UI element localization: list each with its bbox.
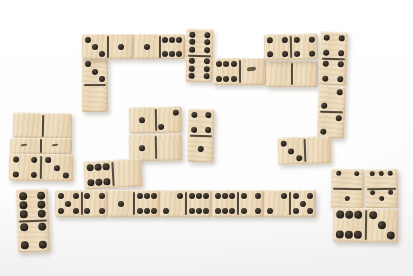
pip [99, 51, 105, 57]
pip [369, 171, 374, 176]
domino-half-d [41, 138, 72, 154]
domino-half-6 [160, 34, 186, 59]
pip [103, 178, 110, 185]
domino-half-4 [319, 58, 347, 85]
domino-half-4 [188, 109, 214, 136]
pip [45, 157, 51, 163]
pip [338, 61, 344, 67]
pip [189, 39, 195, 45]
pip [388, 190, 393, 195]
domino-half-0 [292, 61, 318, 87]
domino-6-4[interactable] [16, 188, 50, 252]
pip [144, 193, 150, 199]
domino-half-4 [291, 34, 318, 60]
pip [300, 201, 306, 207]
domino-half-6 [186, 55, 213, 82]
pip [294, 37, 300, 43]
domino-half-2 [160, 190, 186, 217]
pip [118, 44, 124, 50]
pip [118, 201, 124, 207]
pip [281, 193, 287, 199]
domino-1-0[interactable] [129, 134, 182, 162]
domino-6-3[interactable] [333, 207, 399, 242]
pip [307, 193, 313, 199]
domino-half-d [10, 138, 41, 154]
domino-6-4[interactable] [212, 190, 264, 217]
pip [176, 37, 182, 43]
domino-4-1[interactable] [188, 109, 215, 162]
domino-0-0[interactable] [266, 61, 318, 87]
pip [13, 156, 19, 162]
pip [204, 39, 210, 45]
pip [189, 208, 195, 214]
pip [206, 112, 212, 118]
domino-half-2 [318, 86, 346, 113]
pip [255, 193, 261, 199]
pip [173, 109, 179, 115]
pip [139, 117, 145, 123]
domino-half-1 [129, 107, 156, 133]
pip [204, 73, 210, 79]
pip [288, 148, 294, 154]
pip [231, 76, 237, 82]
pip [189, 32, 195, 38]
domino-2-1[interactable] [331, 169, 365, 209]
domino-4-4[interactable] [264, 34, 318, 61]
domino-half-3 [41, 154, 73, 182]
table-surface [0, 0, 413, 276]
domino-half-1 [108, 190, 134, 217]
pip [378, 221, 386, 229]
pip [204, 47, 210, 53]
pip [387, 231, 395, 239]
domino-half-6 [186, 190, 212, 217]
pip [137, 208, 143, 214]
pip [169, 37, 175, 43]
domino-half-1 [134, 34, 160, 59]
domino-half-1 [129, 134, 156, 161]
pip [162, 37, 168, 43]
pip [189, 193, 195, 199]
pip [229, 208, 235, 214]
domino-half-0 [266, 61, 292, 87]
pip [267, 208, 273, 214]
pip [337, 89, 343, 95]
domino-half-6 [333, 207, 366, 242]
domino-half-6 [212, 190, 238, 217]
pip [84, 208, 90, 214]
domino-half-6 [83, 160, 113, 189]
pip [345, 196, 350, 201]
pip [163, 208, 169, 214]
pip [20, 224, 28, 232]
pip [336, 171, 341, 176]
pip [216, 61, 222, 67]
pip [309, 36, 315, 42]
domino-half-5 [55, 190, 82, 217]
pip [99, 208, 105, 214]
pip [379, 196, 384, 201]
domino-4-3[interactable] [9, 153, 73, 181]
pip [13, 172, 19, 178]
pip [39, 241, 47, 249]
domino-half-s [240, 58, 267, 85]
domino-half-2r [331, 169, 364, 189]
domino-half-3 [82, 34, 108, 59]
pip [158, 124, 164, 130]
pip [54, 165, 60, 171]
domino-half-3 [278, 137, 305, 165]
pip [294, 51, 300, 57]
pip [369, 212, 377, 220]
domino-2-6[interactable] [160, 190, 212, 217]
pip [222, 193, 228, 199]
pip [241, 208, 247, 214]
pip [84, 193, 90, 199]
domino-3-0[interactable] [278, 136, 332, 165]
pip [388, 171, 393, 176]
pip [307, 208, 313, 214]
pip [282, 37, 288, 43]
pip [280, 141, 286, 147]
domino-half-3 [365, 208, 398, 243]
domino-half-6 [186, 29, 213, 56]
domino-6-0[interactable] [83, 159, 142, 190]
pip [99, 193, 105, 199]
domino-0-0[interactable] [13, 112, 72, 138]
pip [144, 208, 150, 214]
pip [354, 230, 362, 238]
pip [87, 179, 94, 186]
pip [231, 61, 237, 67]
domino-6-6[interactable] [186, 29, 214, 82]
domino-half-4 [320, 32, 348, 59]
pip [204, 58, 210, 64]
pip [321, 103, 327, 109]
domino-1-2[interactable] [129, 107, 182, 134]
domino-half-2 [264, 190, 290, 217]
domino-half-1 [188, 135, 214, 162]
pip [20, 210, 28, 218]
domino-d-d[interactable] [10, 138, 72, 154]
logo-stamp [247, 67, 256, 72]
pip [191, 126, 197, 132]
pip [320, 129, 326, 135]
pip [216, 76, 222, 82]
pip [215, 208, 221, 214]
domino-half-4 [9, 153, 41, 181]
pip [94, 163, 101, 170]
pip [169, 51, 175, 57]
pip [339, 35, 345, 41]
pip [223, 61, 229, 67]
pip [223, 76, 229, 82]
pip [151, 193, 157, 199]
domino-3-1[interactable] [82, 34, 134, 59]
pip [85, 37, 91, 43]
domino-half-4 [238, 190, 264, 217]
pip [137, 193, 143, 199]
pip [203, 193, 209, 199]
pip [151, 208, 157, 214]
pip [177, 193, 183, 199]
pip [267, 37, 273, 43]
dash-mark [52, 143, 58, 146]
domino-6-s[interactable] [213, 58, 266, 85]
pip [282, 51, 288, 57]
pip [37, 200, 45, 208]
domino-half-3t [365, 188, 398, 208]
domino-half-0 [82, 85, 108, 112]
pip [324, 34, 330, 40]
domino-half-0 [42, 113, 72, 139]
pip [222, 208, 228, 214]
pip [296, 155, 302, 161]
domino-1-6[interactable] [134, 34, 185, 59]
pip [65, 201, 71, 207]
pip [345, 230, 353, 238]
pip [144, 44, 150, 50]
pip [336, 115, 342, 121]
domino-2-2[interactable] [317, 86, 346, 139]
pip [162, 51, 168, 57]
pip [63, 172, 69, 178]
pip [189, 58, 195, 64]
pip [198, 146, 204, 152]
domino-half-5 [290, 190, 316, 217]
domino-3-0[interactable] [82, 58, 108, 112]
pip [204, 32, 210, 38]
pip [139, 145, 145, 151]
domino-4-4[interactable] [319, 32, 348, 86]
pip [92, 69, 98, 75]
pip [345, 211, 353, 219]
domino-5-4[interactable] [55, 190, 108, 217]
pip [103, 163, 110, 170]
domino-half-2 [155, 107, 182, 133]
pip [204, 66, 210, 72]
pip [255, 208, 261, 214]
pip [73, 208, 79, 214]
pip [58, 208, 64, 214]
pip [37, 191, 45, 199]
pip [189, 73, 195, 79]
pip [309, 51, 315, 57]
pip [31, 157, 37, 163]
pip [241, 193, 247, 199]
pip [38, 209, 46, 217]
domino-half-0 [155, 134, 182, 161]
pip [92, 44, 98, 50]
pip [189, 66, 195, 72]
pip [354, 211, 362, 219]
domino-half-4 [17, 220, 50, 253]
pip [323, 49, 329, 55]
pip [58, 193, 64, 199]
pip [293, 208, 299, 214]
domino-half-3 [82, 58, 108, 85]
pip [336, 211, 344, 219]
pip [215, 193, 221, 199]
pip [229, 193, 235, 199]
pip [203, 208, 209, 214]
pip [354, 171, 359, 176]
pip [21, 241, 29, 249]
pip [191, 112, 197, 118]
pip [31, 172, 37, 178]
pip [86, 164, 93, 171]
domino-half-6 [16, 188, 49, 221]
pip [205, 127, 211, 133]
domino-half-3r [365, 169, 398, 189]
domino-1-6[interactable] [108, 190, 160, 217]
domino-half-1 [331, 188, 364, 208]
pip [267, 52, 273, 58]
pip [73, 193, 79, 199]
pip [336, 230, 344, 238]
domino-half-0 [304, 136, 331, 164]
pip [337, 76, 343, 82]
domino-half-4 [82, 190, 109, 217]
domino-half-0 [13, 112, 43, 138]
pip [338, 50, 344, 56]
pip [379, 171, 384, 176]
dash-mark [21, 143, 27, 146]
domino-half-1 [108, 34, 134, 59]
pip [196, 208, 202, 214]
domino-half-0 [112, 159, 142, 188]
domino-half-4 [264, 34, 291, 60]
pip [293, 193, 299, 199]
domino-3-3[interactable] [365, 169, 399, 209]
domino-half-6 [213, 58, 240, 85]
pip [19, 201, 27, 209]
pip [99, 76, 105, 82]
pip [95, 179, 102, 186]
pip [176, 51, 182, 57]
domino-2-5[interactable] [264, 190, 316, 217]
pip [85, 61, 91, 67]
pip [38, 223, 46, 231]
domino-half-6 [134, 190, 160, 217]
pip [19, 192, 27, 200]
pip [323, 61, 329, 67]
pip [370, 190, 375, 195]
pip [322, 76, 328, 82]
pip [189, 46, 195, 52]
domino-half-2 [317, 112, 345, 139]
pip [196, 193, 202, 199]
